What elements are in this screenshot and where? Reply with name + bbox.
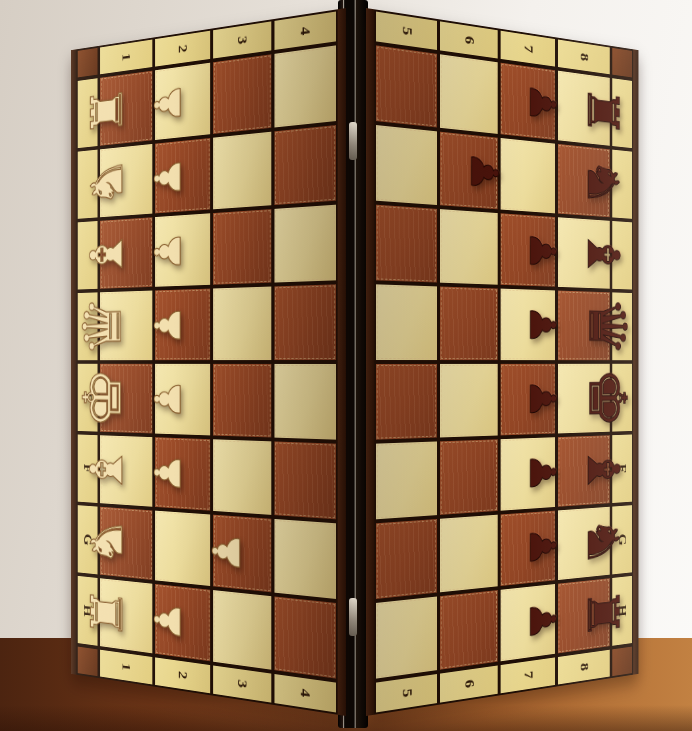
black-king-glyph: ♚ <box>576 357 637 441</box>
piece-white-rook-a1[interactable]: ♜ <box>82 72 135 148</box>
board-hinge-edge-right <box>366 8 374 716</box>
square-f6[interactable] <box>438 437 499 517</box>
black-rook-glyph: ♜ <box>576 72 628 148</box>
white-pawn-glyph: ♟ <box>145 220 191 281</box>
piece-white-pawn-f2[interactable]: ♟ <box>145 442 191 503</box>
white-pawn-glyph: ♟ <box>145 369 191 429</box>
rank-label-top-7: 7 <box>521 44 535 54</box>
piece-black-pawn-f7[interactable]: ♟ <box>520 442 565 503</box>
white-knight-glyph: ♞ <box>82 505 135 580</box>
white-bishop-glyph: ♝ <box>80 217 134 292</box>
board-panel-right: 56785678EFGH♜♞♝♛♚♝♞♜♟♟♟♟♟♟♟♟ <box>366 8 638 716</box>
piece-black-king-e8[interactable]: ♚ <box>576 357 637 441</box>
rank-label-top-2: 2 <box>175 44 189 54</box>
coord-strip-corner-bottom-right <box>611 645 633 678</box>
square-b3[interactable] <box>212 130 273 212</box>
white-knight-glyph: ♞ <box>82 145 135 220</box>
black-knight-glyph: ♞ <box>576 505 628 580</box>
square-d5[interactable] <box>374 282 438 362</box>
piece-white-knight-g1[interactable]: ♞ <box>82 505 135 580</box>
white-pawn-glyph: ♟ <box>145 588 191 653</box>
black-queen-glyph: ♛ <box>576 284 637 368</box>
board-hinge-edge-left <box>338 8 346 716</box>
piece-white-bishop-c1[interactable]: ♝ <box>80 217 134 292</box>
rank-label-top-3: 3 <box>234 35 249 45</box>
piece-black-pawn-b6[interactable]: ♟ <box>460 140 508 205</box>
piece-white-bishop-f1[interactable]: ♝ <box>80 433 134 508</box>
square-h5[interactable] <box>374 594 438 680</box>
square-g6[interactable] <box>438 513 499 595</box>
rank-label-bottom-7: 7 <box>521 670 535 680</box>
square-b5[interactable] <box>374 123 438 207</box>
square-f4[interactable] <box>273 439 338 521</box>
square-h3[interactable] <box>212 588 273 672</box>
square-f5[interactable] <box>374 439 438 521</box>
black-pawn-glyph: ♟ <box>520 369 565 429</box>
black-pawn-glyph: ♟ <box>520 71 565 136</box>
square-e6[interactable] <box>438 362 499 439</box>
piece-white-pawn-b2[interactable]: ♟ <box>145 146 191 209</box>
square-c6[interactable] <box>438 207 499 287</box>
piece-black-pawn-g7[interactable]: ♟ <box>520 515 565 578</box>
white-rook-glyph: ♜ <box>82 72 135 148</box>
square-a6[interactable] <box>438 52 499 136</box>
piece-black-bishop-c8[interactable]: ♝ <box>576 217 629 292</box>
square-a4[interactable] <box>273 43 338 129</box>
piece-black-queen-d8[interactable]: ♛ <box>576 284 637 368</box>
square-b4[interactable] <box>273 123 338 207</box>
piece-black-pawn-e7[interactable]: ♟ <box>520 369 565 429</box>
white-queen-glyph: ♛ <box>72 284 134 368</box>
rank-label-bottom-6: 6 <box>462 679 477 689</box>
rank-label-top-5: 5 <box>399 26 415 37</box>
piece-black-pawn-h7[interactable]: ♟ <box>520 588 565 653</box>
board-panel-left: 12341234EFGH♜♞♝♛♚♝♞♜♟♟♟♟♟♟♟♟ <box>71 8 346 716</box>
black-pawn-glyph: ♟ <box>520 515 565 578</box>
rank-label-top-6: 6 <box>462 35 477 45</box>
square-c4[interactable] <box>273 203 338 285</box>
piece-white-queen-d1[interactable]: ♛ <box>72 284 134 368</box>
square-a5[interactable] <box>374 43 438 129</box>
square-d3[interactable] <box>212 285 273 362</box>
rank-label-bottom-1: 1 <box>119 662 133 672</box>
hinge-pin-bottom <box>349 598 357 636</box>
white-pawn-glyph: ♟ <box>145 442 191 503</box>
square-g4[interactable] <box>273 517 338 601</box>
black-pawn-glyph: ♟ <box>520 220 565 281</box>
piece-white-pawn-h2[interactable]: ♟ <box>145 588 191 653</box>
square-c3[interactable] <box>212 207 273 287</box>
white-pawn-glyph: ♟ <box>145 71 191 136</box>
rank-label-bottom-5: 5 <box>399 688 415 699</box>
black-pawn-glyph: ♟ <box>460 140 508 205</box>
square-e4[interactable] <box>273 362 338 442</box>
piece-black-pawn-d7[interactable]: ♟ <box>520 295 565 355</box>
piece-black-knight-b8[interactable]: ♞ <box>576 145 628 220</box>
square-d6[interactable] <box>438 285 499 362</box>
piece-black-pawn-a7[interactable]: ♟ <box>520 71 565 136</box>
rank-label-bottom-2: 2 <box>175 670 189 680</box>
piece-white-pawn-d2[interactable]: ♟ <box>145 295 191 355</box>
white-bishop-glyph: ♝ <box>80 433 134 508</box>
coord-strip-corner-top-right <box>611 46 633 79</box>
square-e5[interactable] <box>374 362 438 442</box>
black-pawn-glyph: ♟ <box>520 442 565 503</box>
coord-strip-corner-bottom-left <box>76 645 98 678</box>
coord-strip-corner-top-left <box>76 46 98 79</box>
rank-label-top-8: 8 <box>577 52 591 62</box>
piece-white-pawn-g3[interactable]: ♟ <box>203 520 251 585</box>
square-d4[interactable] <box>273 282 338 362</box>
piece-black-knight-g8[interactable]: ♞ <box>576 505 628 580</box>
rank-label-top-4: 4 <box>297 26 313 37</box>
piece-white-rook-h1[interactable]: ♜ <box>82 575 135 651</box>
piece-white-pawn-a2[interactable]: ♟ <box>145 71 191 136</box>
square-e3[interactable] <box>212 362 273 439</box>
square-g5[interactable] <box>374 517 438 601</box>
square-h4[interactable] <box>273 594 338 680</box>
black-pawn-glyph: ♟ <box>520 295 565 355</box>
black-knight-glyph: ♞ <box>576 145 628 220</box>
rank-label-bottom-3: 3 <box>234 679 249 689</box>
square-c5[interactable] <box>374 203 438 285</box>
rank-label-bottom-4: 4 <box>297 688 313 699</box>
piece-white-pawn-e2[interactable]: ♟ <box>145 369 191 429</box>
piece-black-pawn-c7[interactable]: ♟ <box>520 220 565 281</box>
hinge-pin-top <box>349 122 357 160</box>
board-3d-wrapper: 12341234EFGH♜♞♝♛♚♝♞♜♟♟♟♟♟♟♟♟ 56785678EFG… <box>0 0 692 731</box>
black-bishop-glyph: ♝ <box>576 433 629 508</box>
white-king-glyph: ♚ <box>72 357 134 441</box>
piece-white-king-e1[interactable]: ♚ <box>72 357 134 441</box>
piece-black-rook-h8[interactable]: ♜ <box>576 575 628 651</box>
white-pawn-glyph: ♟ <box>145 295 191 355</box>
scene: 12341234EFGH♜♞♝♛♚♝♞♜♟♟♟♟♟♟♟♟ 56785678EFG… <box>0 0 692 731</box>
black-pawn-glyph: ♟ <box>520 588 565 653</box>
piece-black-bishop-f8[interactable]: ♝ <box>576 433 629 508</box>
black-rook-glyph: ♜ <box>576 575 628 651</box>
rank-label-top-1: 1 <box>119 52 133 62</box>
white-pawn-glyph: ♟ <box>203 520 251 585</box>
black-bishop-glyph: ♝ <box>576 217 629 292</box>
piece-black-rook-a8[interactable]: ♜ <box>576 72 628 148</box>
piece-white-pawn-c2[interactable]: ♟ <box>145 220 191 281</box>
piece-white-knight-b1[interactable]: ♞ <box>82 145 135 220</box>
white-rook-glyph: ♜ <box>82 575 135 651</box>
square-f3[interactable] <box>212 437 273 517</box>
square-a3[interactable] <box>212 52 273 136</box>
square-h6[interactable] <box>438 588 499 672</box>
rank-label-bottom-8: 8 <box>577 662 591 672</box>
white-pawn-glyph: ♟ <box>145 146 191 209</box>
